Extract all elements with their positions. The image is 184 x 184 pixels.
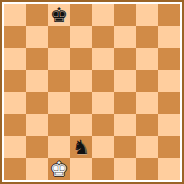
square-g2[interactable] — [136, 136, 158, 158]
square-f6[interactable] — [114, 48, 136, 70]
square-b3[interactable] — [26, 114, 48, 136]
square-d1[interactable] — [70, 158, 92, 180]
square-g3[interactable] — [136, 114, 158, 136]
black-knight[interactable]: ♞ — [72, 136, 90, 158]
square-a5[interactable] — [4, 70, 26, 92]
square-c6[interactable] — [48, 48, 70, 70]
square-d7[interactable] — [70, 26, 92, 48]
square-e2[interactable] — [92, 136, 114, 158]
square-e3[interactable] — [92, 114, 114, 136]
square-d2[interactable]: ♞ — [70, 136, 92, 158]
chess-board-inner-frame: ♚♞♚ — [2, 2, 182, 182]
square-g7[interactable] — [136, 26, 158, 48]
square-e8[interactable] — [92, 4, 114, 26]
square-h1[interactable] — [158, 158, 180, 180]
square-b4[interactable] — [26, 92, 48, 114]
square-d6[interactable] — [70, 48, 92, 70]
square-d3[interactable] — [70, 114, 92, 136]
square-h4[interactable] — [158, 92, 180, 114]
square-f1[interactable] — [114, 158, 136, 180]
square-c7[interactable] — [48, 26, 70, 48]
square-h6[interactable] — [158, 48, 180, 70]
square-g1[interactable] — [136, 158, 158, 180]
square-e6[interactable] — [92, 48, 114, 70]
square-a6[interactable] — [4, 48, 26, 70]
chess-board[interactable]: ♚♞♚ — [4, 4, 180, 180]
square-a2[interactable] — [4, 136, 26, 158]
square-a1[interactable] — [4, 158, 26, 180]
square-b7[interactable] — [26, 26, 48, 48]
square-c4[interactable] — [48, 92, 70, 114]
square-b2[interactable] — [26, 136, 48, 158]
square-f4[interactable] — [114, 92, 136, 114]
square-d8[interactable] — [70, 4, 92, 26]
square-b5[interactable] — [26, 70, 48, 92]
square-c5[interactable] — [48, 70, 70, 92]
square-g6[interactable] — [136, 48, 158, 70]
square-a4[interactable] — [4, 92, 26, 114]
square-e5[interactable] — [92, 70, 114, 92]
square-h8[interactable] — [158, 4, 180, 26]
square-b1[interactable] — [26, 158, 48, 180]
square-b6[interactable] — [26, 48, 48, 70]
square-g5[interactable] — [136, 70, 158, 92]
square-e7[interactable] — [92, 26, 114, 48]
square-f8[interactable] — [114, 4, 136, 26]
square-f3[interactable] — [114, 114, 136, 136]
square-h7[interactable] — [158, 26, 180, 48]
square-f5[interactable] — [114, 70, 136, 92]
black-king[interactable]: ♚ — [50, 4, 68, 26]
white-king[interactable]: ♚ — [50, 158, 68, 180]
square-g8[interactable] — [136, 4, 158, 26]
chess-board-frame: ♚♞♚ — [0, 0, 184, 184]
square-f2[interactable] — [114, 136, 136, 158]
square-h3[interactable] — [158, 114, 180, 136]
square-a3[interactable] — [4, 114, 26, 136]
square-g4[interactable] — [136, 92, 158, 114]
square-e4[interactable] — [92, 92, 114, 114]
square-a7[interactable] — [4, 26, 26, 48]
square-c8[interactable]: ♚ — [48, 4, 70, 26]
square-d4[interactable] — [70, 92, 92, 114]
square-a8[interactable] — [4, 4, 26, 26]
square-e1[interactable] — [92, 158, 114, 180]
square-c3[interactable] — [48, 114, 70, 136]
square-h2[interactable] — [158, 136, 180, 158]
square-c2[interactable] — [48, 136, 70, 158]
square-f7[interactable] — [114, 26, 136, 48]
square-b8[interactable] — [26, 4, 48, 26]
square-h5[interactable] — [158, 70, 180, 92]
square-c1[interactable]: ♚ — [48, 158, 70, 180]
square-d5[interactable] — [70, 70, 92, 92]
